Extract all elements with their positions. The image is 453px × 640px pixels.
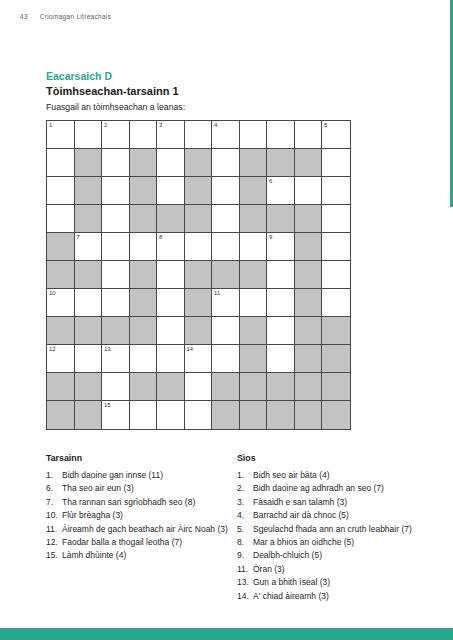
grid-cell[interactable] bbox=[102, 177, 130, 205]
across-clue: 7.Tha rannan san sgrìobhadh seo (8) bbox=[46, 496, 241, 509]
blocked-cell bbox=[47, 317, 75, 345]
blocked-cell bbox=[267, 401, 295, 429]
grid-cell[interactable] bbox=[75, 121, 103, 149]
grid-cell[interactable] bbox=[295, 177, 323, 205]
across-clue: 15.Làmh dhùinte (4) bbox=[46, 549, 241, 562]
down-clues: Sìos 1.Bidh seo air bàta (4)2.Bidh daoin… bbox=[237, 453, 432, 603]
blocked-cell bbox=[47, 261, 75, 289]
grid-cell[interactable] bbox=[157, 317, 185, 345]
blocked-cell bbox=[75, 177, 103, 205]
page-number: 43 bbox=[20, 13, 28, 20]
clue-text: Barrachd air dà chnoc (5) bbox=[253, 509, 425, 522]
grid-cell[interactable]: 2 bbox=[102, 121, 130, 149]
cell-number: 2 bbox=[104, 122, 107, 129]
running-header: 43Criomagan Litreachais bbox=[20, 13, 111, 20]
clue-number: 10. bbox=[46, 509, 62, 522]
clue-number: 15. bbox=[46, 549, 62, 562]
blocked-cell bbox=[240, 261, 268, 289]
blocked-cell bbox=[212, 261, 240, 289]
clue-text: Àireamh de gach beathach air Àirc Noah (… bbox=[62, 523, 234, 536]
blocked-cell bbox=[75, 373, 103, 401]
grid-cell[interactable] bbox=[212, 177, 240, 205]
clue-text: Tha seo air eun (3) bbox=[62, 482, 234, 495]
cell-number: 12 bbox=[49, 346, 56, 353]
grid-cell[interactable] bbox=[47, 149, 75, 177]
clue-text: Mar a bhios an oidhche (5) bbox=[253, 536, 425, 549]
crossword-grid: 123456789101112131415 bbox=[46, 120, 351, 430]
blocked-cell bbox=[295, 345, 323, 373]
blocked-cell bbox=[130, 289, 158, 317]
down-clue: 9.Dealbh-chluich (5) bbox=[237, 549, 432, 562]
grid-cell[interactable] bbox=[157, 289, 185, 317]
down-clue: 11.Òran (3) bbox=[237, 563, 432, 576]
blocked-cell bbox=[102, 317, 130, 345]
down-heading: Sìos bbox=[237, 453, 432, 463]
blocked-cell bbox=[212, 373, 240, 401]
blocked-cell bbox=[295, 401, 323, 429]
grid-cell[interactable] bbox=[130, 121, 158, 149]
blocked-cell bbox=[130, 261, 158, 289]
down-clue: 3.Fàsaidh e san talamh (3) bbox=[237, 496, 432, 509]
cell-number: 11 bbox=[214, 290, 220, 297]
clue-number: 3. bbox=[237, 496, 253, 509]
cell-number: 4 bbox=[214, 122, 217, 129]
across-clue: 11.Àireamh de gach beathach air Àirc Noa… bbox=[46, 523, 241, 536]
grid-cell[interactable] bbox=[212, 149, 240, 177]
down-list: 1.Bidh seo air bàta (4)2.Bidh daoine ag … bbox=[237, 469, 432, 603]
grid-cell[interactable] bbox=[267, 289, 295, 317]
grid-cell[interactable] bbox=[322, 261, 350, 289]
across-clue: 12.Faodar balla a thogail leotha (7) bbox=[46, 536, 241, 549]
cell-number: 6 bbox=[269, 178, 272, 185]
grid-cell[interactable]: 11 bbox=[212, 289, 240, 317]
page-title: Tòimhseachan-tarsainn 1 bbox=[46, 85, 179, 97]
blocked-cell bbox=[322, 317, 350, 345]
clue-number: 14. bbox=[237, 590, 253, 603]
blocked-cell bbox=[185, 289, 213, 317]
grid-cell[interactable]: 6 bbox=[267, 177, 295, 205]
blocked-cell bbox=[240, 345, 268, 373]
blocked-cell bbox=[75, 205, 103, 233]
across-clue: 10.Flùr brèagha (3) bbox=[46, 509, 241, 522]
grid-cell[interactable] bbox=[267, 121, 295, 149]
grid-cell[interactable] bbox=[130, 345, 158, 373]
clue-number: 6. bbox=[46, 482, 62, 495]
across-clue: 1.Bidh daoine gan innse (11) bbox=[46, 469, 241, 482]
blocked-cell bbox=[47, 373, 75, 401]
cell-number: 9 bbox=[269, 234, 272, 241]
clue-text: Faodar balla a thogail leotha (7) bbox=[62, 536, 234, 549]
blocked-cell bbox=[212, 401, 240, 429]
grid-cell[interactable] bbox=[157, 401, 185, 429]
blocked-cell bbox=[157, 205, 185, 233]
blocked-cell bbox=[295, 205, 323, 233]
down-clue: 5.Sgeulachd fhada ann an cruth leabhair … bbox=[237, 523, 432, 536]
blocked-cell bbox=[295, 149, 323, 177]
clue-text: Tha rannan san sgrìobhadh seo (8) bbox=[62, 496, 234, 509]
blocked-cell bbox=[295, 261, 323, 289]
grid-cell[interactable] bbox=[267, 317, 295, 345]
cell-number: 8 bbox=[159, 234, 162, 241]
down-clue: 1.Bidh seo air bàta (4) bbox=[237, 469, 432, 482]
grid-cell[interactable] bbox=[130, 233, 158, 261]
blocked-cell bbox=[130, 317, 158, 345]
book-title: Criomagan Litreachais bbox=[40, 13, 111, 20]
across-list: 1.Bidh daoine gan innse (11)6.Tha seo ai… bbox=[46, 469, 241, 563]
blocked-cell bbox=[75, 317, 103, 345]
blocked-cell bbox=[130, 205, 158, 233]
down-clue: 13.Gun a bhith ìseal (3) bbox=[237, 576, 432, 589]
blocked-cell bbox=[185, 205, 213, 233]
grid-cell[interactable] bbox=[47, 205, 75, 233]
grid-cell[interactable] bbox=[267, 261, 295, 289]
grid-cell[interactable] bbox=[240, 121, 268, 149]
blocked-cell bbox=[75, 401, 103, 429]
cell-number: 13 bbox=[104, 346, 111, 353]
blocked-cell bbox=[240, 373, 268, 401]
grid-cell[interactable] bbox=[295, 121, 323, 149]
grid-cell[interactable] bbox=[102, 149, 130, 177]
clue-number: 4. bbox=[237, 509, 253, 522]
blocked-cell bbox=[130, 149, 158, 177]
down-clue: 2.Bidh daoine ag adhradh an seo (7) bbox=[237, 482, 432, 495]
instruction-text: Fuasgail an tòimhseachan a leanas: bbox=[46, 102, 185, 112]
grid-cell[interactable] bbox=[157, 177, 185, 205]
blocked-cell bbox=[130, 177, 158, 205]
across-clues: Tarsainn 1.Bidh daoine gan innse (11)6.T… bbox=[46, 453, 241, 603]
grid-cell[interactable] bbox=[212, 205, 240, 233]
clue-text: Bidh daoine gan innse (11) bbox=[62, 469, 234, 482]
cell-number: 10 bbox=[49, 290, 56, 297]
clue-number: 11. bbox=[46, 523, 62, 536]
grid-cell[interactable]: 8 bbox=[157, 233, 185, 261]
grid-cell[interactable] bbox=[322, 289, 350, 317]
grid-cell[interactable] bbox=[185, 373, 213, 401]
grid-cell[interactable] bbox=[102, 205, 130, 233]
blocked-cell bbox=[75, 261, 103, 289]
clue-section: Tarsainn 1.Bidh daoine gan innse (11)6.T… bbox=[46, 453, 436, 603]
blocked-cell bbox=[267, 205, 295, 233]
cell-number: 1 bbox=[49, 122, 52, 129]
grid-cell[interactable] bbox=[102, 289, 130, 317]
grid-cell[interactable]: 12 bbox=[47, 345, 75, 373]
clue-number: 12. bbox=[46, 536, 62, 549]
clue-number: 7. bbox=[46, 496, 62, 509]
grid-cell[interactable] bbox=[47, 177, 75, 205]
across-clue: 6.Tha seo air eun (3) bbox=[46, 482, 241, 495]
blocked-cell bbox=[47, 401, 75, 429]
grid-cell[interactable] bbox=[130, 401, 158, 429]
grid-cell[interactable]: 1 bbox=[47, 121, 75, 149]
blocked-cell bbox=[240, 205, 268, 233]
clue-number: 1. bbox=[237, 469, 253, 482]
clue-text: Fàsaidh e san talamh (3) bbox=[253, 496, 425, 509]
clue-number: 5. bbox=[237, 523, 253, 536]
document-page: 43Criomagan Litreachais Eacarsaich D Tòi… bbox=[0, 0, 453, 640]
blocked-cell bbox=[267, 373, 295, 401]
grid-cell[interactable] bbox=[157, 149, 185, 177]
clue-number: 8. bbox=[237, 536, 253, 549]
cell-number: 3 bbox=[159, 122, 162, 129]
blocked-cell bbox=[240, 149, 268, 177]
blocked-cell bbox=[185, 149, 213, 177]
clue-number: 2. bbox=[237, 482, 253, 495]
blocked-cell bbox=[295, 289, 323, 317]
blocked-cell bbox=[322, 373, 350, 401]
clue-number: 9. bbox=[237, 549, 253, 562]
cell-number: 15 bbox=[104, 402, 111, 409]
blocked-cell bbox=[295, 233, 323, 261]
grid-cell[interactable] bbox=[157, 261, 185, 289]
clue-text: Gun a bhith ìseal (3) bbox=[253, 576, 425, 589]
blocked-cell bbox=[240, 317, 268, 345]
blocked-cell bbox=[47, 233, 75, 261]
grid-cell[interactable] bbox=[157, 345, 185, 373]
grid-cell[interactable] bbox=[75, 345, 103, 373]
grid-cell[interactable]: 3 bbox=[157, 121, 185, 149]
clue-text: A' chiad àireamh (3) bbox=[253, 590, 425, 603]
grid-cell[interactable] bbox=[212, 345, 240, 373]
cell-number: 14 bbox=[187, 346, 194, 353]
clue-text: Bidh daoine ag adhradh an seo (7) bbox=[253, 482, 425, 495]
grid-cell[interactable] bbox=[185, 121, 213, 149]
clue-number: 13. bbox=[237, 576, 253, 589]
grid-cell[interactable] bbox=[322, 177, 350, 205]
clue-number: 11. bbox=[237, 563, 253, 576]
grid-cell[interactable]: 10 bbox=[47, 289, 75, 317]
down-clue: 14.A' chiad àireamh (3) bbox=[237, 590, 432, 603]
cell-number: 5 bbox=[324, 122, 327, 129]
clue-number: 1. bbox=[46, 469, 62, 482]
grid-cell[interactable] bbox=[212, 233, 240, 261]
grid-cell[interactable] bbox=[75, 289, 103, 317]
grid-cell[interactable] bbox=[322, 149, 350, 177]
blocked-cell bbox=[185, 317, 213, 345]
grid-cell[interactable]: 7 bbox=[75, 233, 103, 261]
grid-cell[interactable]: 13 bbox=[102, 345, 130, 373]
blocked-cell bbox=[157, 373, 185, 401]
grid-cell[interactable]: 9 bbox=[267, 233, 295, 261]
grid-cell[interactable] bbox=[102, 373, 130, 401]
grid-cell[interactable]: 14 bbox=[185, 345, 213, 373]
grid-cell[interactable] bbox=[322, 233, 350, 261]
blocked-cell bbox=[267, 149, 295, 177]
clue-text: Flùr brèagha (3) bbox=[62, 509, 234, 522]
blocked-cell bbox=[322, 401, 350, 429]
grid-cell[interactable] bbox=[240, 233, 268, 261]
blocked-cell bbox=[240, 177, 268, 205]
clue-text: Bidh seo air bàta (4) bbox=[253, 469, 425, 482]
grid-cell[interactable] bbox=[102, 261, 130, 289]
grid-cell[interactable] bbox=[267, 345, 295, 373]
across-heading: Tarsainn bbox=[46, 453, 241, 463]
accent-bottom-bar bbox=[0, 628, 453, 640]
down-clue: 8.Mar a bhios an oidhche (5) bbox=[237, 536, 432, 549]
blocked-cell bbox=[295, 373, 323, 401]
blocked-cell bbox=[185, 261, 213, 289]
blocked-cell bbox=[322, 345, 350, 373]
grid-cell[interactable]: 5 bbox=[322, 121, 350, 149]
blocked-cell bbox=[75, 149, 103, 177]
grid-cell[interactable] bbox=[240, 289, 268, 317]
grid-cell[interactable] bbox=[102, 233, 130, 261]
clue-text: Dealbh-chluich (5) bbox=[253, 549, 425, 562]
clue-text: Òran (3) bbox=[253, 563, 425, 576]
grid-cell[interactable]: 4 bbox=[212, 121, 240, 149]
blocked-cell bbox=[295, 317, 323, 345]
clue-text: Làmh dhùinte (4) bbox=[62, 549, 234, 562]
grid-cell[interactable] bbox=[322, 205, 350, 233]
clue-text: Sgeulachd fhada ann an cruth leabhair (7… bbox=[253, 523, 425, 536]
down-clue: 4.Barrachd air dà chnoc (5) bbox=[237, 509, 432, 522]
grid-cell[interactable] bbox=[185, 233, 213, 261]
grid-cell[interactable] bbox=[185, 401, 213, 429]
blocked-cell bbox=[185, 177, 213, 205]
grid-cell[interactable] bbox=[212, 317, 240, 345]
grid-cell[interactable]: 15 bbox=[102, 401, 130, 429]
blocked-cell bbox=[240, 401, 268, 429]
cell-number: 7 bbox=[77, 234, 80, 241]
exercise-label: Eacarsaich D bbox=[46, 70, 112, 82]
blocked-cell bbox=[130, 373, 158, 401]
